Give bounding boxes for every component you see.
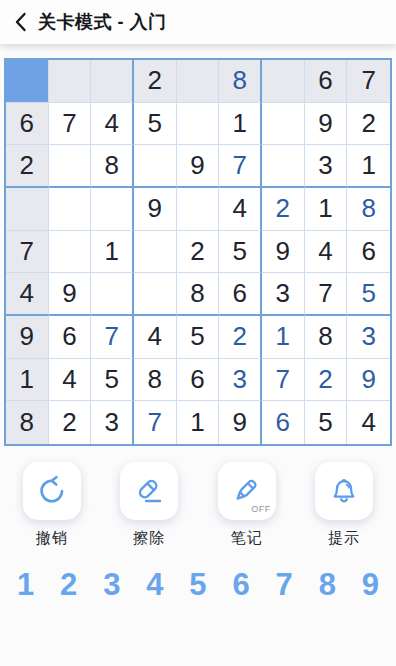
numpad-5[interactable]: 5 [176, 568, 219, 602]
erase-button[interactable]: 擦除 [119, 462, 179, 548]
notes-label: 笔记 [231, 529, 263, 548]
cell-r3c3[interactable]: 8 [91, 145, 134, 188]
cell-r2c7[interactable] [262, 103, 305, 146]
cell-r5c6[interactable]: 5 [219, 231, 262, 274]
cell-r4c8[interactable]: 1 [305, 188, 348, 231]
undo-icon [36, 475, 68, 507]
cell-r7c9[interactable]: 3 [347, 316, 390, 359]
header-bar: 关卡模式 - 入门 [0, 0, 396, 44]
cell-r8c9[interactable]: 9 [347, 359, 390, 402]
back-button[interactable] [4, 0, 38, 44]
cell-r1c7[interactable] [262, 60, 305, 103]
cell-r1c3[interactable] [91, 60, 134, 103]
bell-icon [328, 475, 360, 507]
cell-r1c6[interactable]: 8 [219, 60, 262, 103]
undo-button-box [23, 462, 81, 520]
cell-r5c3[interactable]: 1 [91, 231, 134, 274]
numpad: 123456789 [0, 568, 396, 602]
cell-r2c1[interactable]: 6 [6, 103, 49, 146]
cell-r6c7[interactable]: 3 [262, 273, 305, 316]
cell-r5c2[interactable] [49, 231, 92, 274]
cell-r8c5[interactable]: 6 [177, 359, 220, 402]
hint-button[interactable]: 提示 [314, 462, 374, 548]
cell-r5c4[interactable] [134, 231, 177, 274]
cell-r4c3[interactable] [91, 188, 134, 231]
cell-r1c5[interactable] [177, 60, 220, 103]
page-title: 关卡模式 - 入门 [38, 10, 167, 34]
erase-button-box [120, 462, 178, 520]
cell-r4c5[interactable] [177, 188, 220, 231]
numpad-3[interactable]: 3 [90, 568, 133, 602]
cell-r2c2[interactable]: 7 [49, 103, 92, 146]
numpad-1[interactable]: 1 [4, 568, 47, 602]
cell-r4c4[interactable]: 9 [134, 188, 177, 231]
cell-r7c1[interactable]: 9 [6, 316, 49, 359]
hint-label: 提示 [328, 529, 360, 548]
cell-r1c2[interactable] [49, 60, 92, 103]
cell-r2c6[interactable]: 1 [219, 103, 262, 146]
notes-button[interactable]: OFF 笔记 [217, 462, 277, 548]
cell-r1c4[interactable]: 2 [134, 60, 177, 103]
cell-r1c8[interactable]: 6 [305, 60, 348, 103]
cell-r5c7[interactable]: 9 [262, 231, 305, 274]
cell-r3c2[interactable] [49, 145, 92, 188]
cell-r3c9[interactable]: 1 [347, 145, 390, 188]
cell-r6c5[interactable]: 8 [177, 273, 220, 316]
chevron-left-icon [11, 10, 31, 34]
cell-r6c6[interactable]: 6 [219, 273, 262, 316]
cell-r9c6[interactable]: 9 [219, 401, 262, 444]
numpad-9[interactable]: 9 [349, 568, 392, 602]
cell-r3c4[interactable] [134, 145, 177, 188]
cell-r9c2[interactable]: 2 [49, 401, 92, 444]
cell-r6c3[interactable] [91, 273, 134, 316]
notes-off-badge: OFF [251, 504, 271, 514]
cell-r8c8[interactable]: 2 [305, 359, 348, 402]
numpad-7[interactable]: 7 [263, 568, 306, 602]
cell-r9c3[interactable]: 3 [91, 401, 134, 444]
cell-r8c4[interactable]: 8 [134, 359, 177, 402]
cell-r9c9[interactable]: 4 [347, 401, 390, 444]
cell-r2c5[interactable] [177, 103, 220, 146]
cell-r4c7[interactable]: 2 [262, 188, 305, 231]
toolbar: 撤销 擦除 OFF 笔记 [0, 462, 396, 548]
cell-r3c8[interactable]: 3 [305, 145, 348, 188]
hint-button-box [315, 462, 373, 520]
cell-r6c8[interactable]: 7 [305, 273, 348, 316]
eraser-icon [133, 475, 165, 507]
cell-r2c4[interactable]: 5 [134, 103, 177, 146]
sudoku-board: 2867674519228973194218712594649863759674… [4, 58, 392, 446]
notes-button-box: OFF [218, 462, 276, 520]
cell-r6c4[interactable] [134, 273, 177, 316]
cell-r6c1[interactable]: 4 [6, 273, 49, 316]
cell-r3c6[interactable]: 7 [219, 145, 262, 188]
numpad-6[interactable]: 6 [220, 568, 263, 602]
pencil-icon [231, 475, 263, 507]
cell-r4c9[interactable]: 8 [347, 188, 390, 231]
cell-r6c9[interactable]: 5 [347, 273, 390, 316]
cell-r8c7[interactable]: 7 [262, 359, 305, 402]
cell-r7c2[interactable]: 6 [49, 316, 92, 359]
cell-r7c5[interactable]: 5 [177, 316, 220, 359]
cell-r4c1[interactable] [6, 188, 49, 231]
cell-r1c9[interactable]: 7 [347, 60, 390, 103]
cell-r3c5[interactable]: 9 [177, 145, 220, 188]
undo-button[interactable]: 撤销 [22, 462, 82, 548]
cell-r9c5[interactable]: 1 [177, 401, 220, 444]
cell-r8c2[interactable]: 4 [49, 359, 92, 402]
cell-r7c4[interactable]: 4 [134, 316, 177, 359]
cell-r6c2[interactable]: 9 [49, 273, 92, 316]
cell-r9c7[interactable]: 6 [262, 401, 305, 444]
undo-label: 撤销 [36, 529, 68, 548]
cell-r9c4[interactable]: 7 [134, 401, 177, 444]
cell-r7c8[interactable]: 8 [305, 316, 348, 359]
cell-r8c6[interactable]: 3 [219, 359, 262, 402]
cell-r8c3[interactable]: 5 [91, 359, 134, 402]
cell-r5c5[interactable]: 2 [177, 231, 220, 274]
cell-r2c8[interactable]: 9 [305, 103, 348, 146]
cell-r2c9[interactable]: 2 [347, 103, 390, 146]
cell-r4c2[interactable] [49, 188, 92, 231]
cell-r8c1[interactable]: 1 [6, 359, 49, 402]
cell-r5c8[interactable]: 4 [305, 231, 348, 274]
cell-r7c3[interactable]: 7 [91, 316, 134, 359]
cell-r9c8[interactable]: 5 [305, 401, 348, 444]
cell-r7c7[interactable]: 1 [262, 316, 305, 359]
numpad-2[interactable]: 2 [47, 568, 90, 602]
cell-r1c1[interactable] [6, 60, 49, 103]
erase-label: 擦除 [133, 529, 165, 548]
cell-r7c6[interactable]: 2 [219, 316, 262, 359]
cell-r5c9[interactable]: 6 [347, 231, 390, 274]
cell-r9c1[interactable]: 8 [6, 401, 49, 444]
cell-r4c6[interactable]: 4 [219, 188, 262, 231]
cell-r3c7[interactable] [262, 145, 305, 188]
cell-r5c1[interactable]: 7 [6, 231, 49, 274]
cell-r3c1[interactable]: 2 [6, 145, 49, 188]
numpad-8[interactable]: 8 [306, 568, 349, 602]
numpad-4[interactable]: 4 [133, 568, 176, 602]
cell-r2c3[interactable]: 4 [91, 103, 134, 146]
